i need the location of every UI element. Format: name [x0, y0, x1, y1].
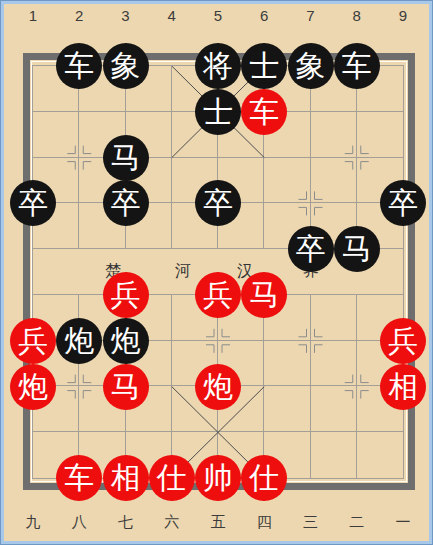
piece-red-cannon[interactable]: 炮	[10, 364, 56, 410]
bottom-file-labels: 九八七六五四三二一	[0, 514, 433, 530]
piece-red-advisor[interactable]: 仕	[241, 455, 287, 501]
top-file-labels: 123456789	[0, 8, 433, 24]
board-cell	[33, 249, 79, 295]
file-label-bottom-1: 九	[22, 514, 44, 530]
piece-black-horse[interactable]: 马	[334, 226, 380, 272]
piece-red-elephant[interactable]: 相	[103, 455, 149, 501]
file-label-bottom-5: 五	[207, 514, 229, 530]
board-cell	[311, 432, 357, 478]
file-label-bottom-3: 七	[115, 514, 137, 530]
piece-red-horse[interactable]: 马	[103, 364, 149, 410]
file-label-top-9: 9	[392, 8, 414, 24]
file-label-top-7: 7	[300, 8, 322, 24]
piece-black-advisor[interactable]: 士	[241, 43, 287, 89]
file-label-top-2: 2	[68, 8, 90, 24]
piece-black-advisor[interactable]: 士	[195, 89, 241, 135]
file-label-top-8: 8	[346, 8, 368, 24]
piece-red-soldier[interactable]: 兵	[380, 318, 426, 364]
file-label-bottom-9: 一	[392, 514, 414, 530]
board-cell	[311, 341, 357, 387]
board-cell	[33, 112, 79, 158]
piece-black-cannon[interactable]: 炮	[103, 318, 149, 364]
board-cell	[311, 112, 357, 158]
file-label-bottom-7: 三	[300, 514, 322, 530]
piece-black-soldier[interactable]: 卒	[380, 180, 426, 226]
board-cell	[311, 158, 357, 204]
river-text-char-2: 河	[173, 262, 193, 280]
piece-red-horse[interactable]: 马	[241, 272, 287, 318]
piece-black-horse[interactable]: 马	[103, 135, 149, 181]
file-label-bottom-8: 二	[346, 514, 368, 530]
board-cell	[357, 112, 403, 158]
piece-red-rook[interactable]: 车	[56, 455, 102, 501]
piece-black-cannon[interactable]: 炮	[56, 318, 102, 364]
piece-black-elephant[interactable]: 象	[103, 43, 149, 89]
file-label-bottom-2: 八	[68, 514, 90, 530]
file-label-top-3: 3	[115, 8, 137, 24]
board-cell	[264, 158, 310, 204]
piece-red-general[interactable]: 帅	[195, 455, 241, 501]
piece-black-rook[interactable]: 车	[334, 43, 380, 89]
xiangqi-app-window: 123456789 楚河汉界 车象将士象车士车马卒卒卒卒卒马兵兵马兵炮炮兵炮马炮…	[0, 0, 433, 545]
piece-black-soldier[interactable]: 卒	[103, 180, 149, 226]
piece-red-cannon[interactable]: 炮	[195, 364, 241, 410]
piece-black-rook[interactable]: 车	[56, 43, 102, 89]
board-cell	[357, 432, 403, 478]
piece-red-rook[interactable]: 车	[241, 89, 287, 135]
file-label-top-4: 4	[161, 8, 183, 24]
piece-black-soldier[interactable]: 卒	[288, 226, 334, 272]
piece-black-elephant[interactable]: 象	[288, 43, 334, 89]
file-label-bottom-4: 六	[161, 514, 183, 530]
board-cell	[311, 386, 357, 432]
piece-red-soldier[interactable]: 兵	[195, 272, 241, 318]
file-label-top-5: 5	[207, 8, 229, 24]
board-cell	[264, 386, 310, 432]
piece-red-elephant[interactable]: 相	[380, 364, 426, 410]
piece-red-soldier[interactable]: 兵	[103, 272, 149, 318]
file-label-bottom-6: 四	[253, 514, 275, 530]
piece-black-general[interactable]: 将	[195, 43, 241, 89]
board-cell	[264, 341, 310, 387]
piece-red-advisor[interactable]: 仕	[149, 455, 195, 501]
file-label-top-1: 1	[22, 8, 44, 24]
board-cell	[311, 295, 357, 341]
file-label-top-6: 6	[253, 8, 275, 24]
piece-red-soldier[interactable]: 兵	[10, 318, 56, 364]
